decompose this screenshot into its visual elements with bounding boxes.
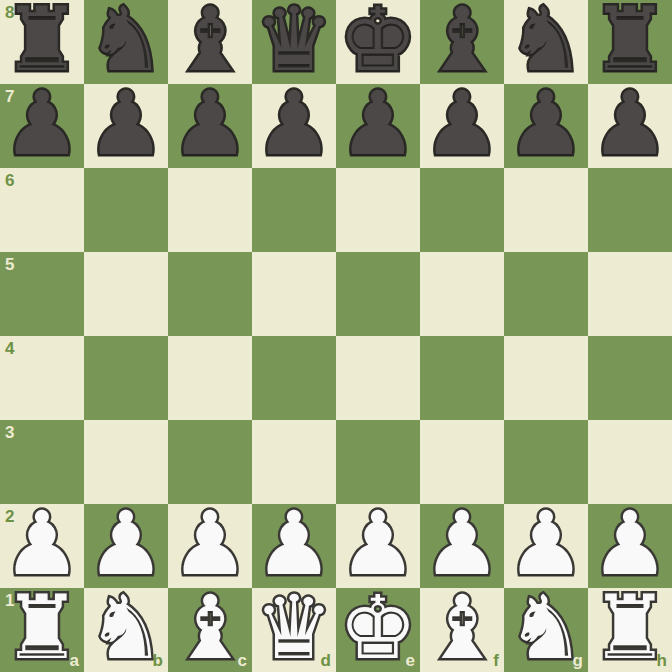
piece-black-pawn[interactable]: ♟ (255, 82, 334, 166)
square-b4[interactable] (84, 336, 168, 420)
square-a1[interactable]: 1a♜ (0, 588, 84, 672)
square-e6[interactable] (336, 168, 420, 252)
square-f1[interactable]: f♝ (420, 588, 504, 672)
rank-label-3: 3 (5, 424, 14, 441)
square-d5[interactable] (252, 252, 336, 336)
piece-black-pawn[interactable]: ♟ (507, 82, 586, 166)
square-h5[interactable] (588, 252, 672, 336)
square-c6[interactable] (168, 168, 252, 252)
rank-label-7: 7 (5, 88, 14, 105)
square-b1[interactable]: b♞ (84, 588, 168, 672)
square-e5[interactable] (336, 252, 420, 336)
square-a7[interactable]: 7♟ (0, 84, 84, 168)
square-b6[interactable] (84, 168, 168, 252)
piece-black-king[interactable]: ♚ (339, 0, 418, 82)
piece-black-pawn[interactable]: ♟ (423, 82, 502, 166)
square-b7[interactable]: ♟ (84, 84, 168, 168)
square-f7[interactable]: ♟ (420, 84, 504, 168)
rank-label-4: 4 (5, 340, 14, 357)
piece-white-pawn[interactable]: ♟ (591, 502, 670, 586)
piece-white-pawn[interactable]: ♟ (423, 502, 502, 586)
square-f4[interactable] (420, 336, 504, 420)
square-c1[interactable]: c♝ (168, 588, 252, 672)
square-f6[interactable] (420, 168, 504, 252)
rank-label-1: 1 (5, 592, 14, 609)
square-d6[interactable] (252, 168, 336, 252)
square-h6[interactable] (588, 168, 672, 252)
piece-black-pawn[interactable]: ♟ (171, 82, 250, 166)
square-d4[interactable] (252, 336, 336, 420)
square-g4[interactable] (504, 336, 588, 420)
rank-label-5: 5 (5, 256, 14, 273)
piece-black-bishop[interactable]: ♝ (423, 0, 502, 82)
square-a5[interactable]: 5 (0, 252, 84, 336)
square-h4[interactable] (588, 336, 672, 420)
piece-black-pawn[interactable]: ♟ (87, 82, 166, 166)
file-label-f: f (493, 652, 499, 669)
square-f5[interactable] (420, 252, 504, 336)
file-label-d: d (321, 652, 331, 669)
piece-black-knight[interactable]: ♞ (507, 0, 586, 82)
file-label-a: a (70, 652, 79, 669)
square-e1[interactable]: e♚ (336, 588, 420, 672)
square-g7[interactable]: ♟ (504, 84, 588, 168)
square-g1[interactable]: g♞ (504, 588, 588, 672)
square-d1[interactable]: d♛ (252, 588, 336, 672)
piece-black-pawn[interactable]: ♟ (591, 82, 670, 166)
square-h7[interactable]: ♟ (588, 84, 672, 168)
piece-white-pawn[interactable]: ♟ (507, 502, 586, 586)
piece-white-pawn[interactable]: ♟ (87, 502, 166, 586)
rank-label-6: 6 (5, 172, 14, 189)
piece-black-bishop[interactable]: ♝ (171, 0, 250, 82)
square-a4[interactable]: 4 (0, 336, 84, 420)
piece-black-pawn[interactable]: ♟ (339, 82, 418, 166)
square-h1[interactable]: h♜ (588, 588, 672, 672)
rank-label-8: 8 (5, 4, 14, 21)
square-g5[interactable] (504, 252, 588, 336)
square-d7[interactable]: ♟ (252, 84, 336, 168)
square-e4[interactable] (336, 336, 420, 420)
piece-white-pawn[interactable]: ♟ (171, 502, 250, 586)
chess-board: 8♜♞♝♛♚♝♞♜7♟♟♟♟♟♟♟♟65432♟♟♟♟♟♟♟♟1a♜b♞c♝d♛… (0, 0, 672, 672)
square-c5[interactable] (168, 252, 252, 336)
piece-black-rook[interactable]: ♜ (591, 0, 670, 82)
file-label-e: e (406, 652, 415, 669)
square-e7[interactable]: ♟ (336, 84, 420, 168)
piece-black-queen[interactable]: ♛ (255, 0, 334, 82)
piece-white-pawn[interactable]: ♟ (255, 502, 334, 586)
file-label-h: h (657, 652, 667, 669)
square-c7[interactable]: ♟ (168, 84, 252, 168)
piece-black-knight[interactable]: ♞ (87, 0, 166, 82)
file-label-b: b (153, 652, 163, 669)
file-label-c: c (238, 652, 247, 669)
square-c4[interactable] (168, 336, 252, 420)
square-a6[interactable]: 6 (0, 168, 84, 252)
piece-white-bishop[interactable]: ♝ (423, 586, 502, 670)
square-b5[interactable] (84, 252, 168, 336)
square-g6[interactable] (504, 168, 588, 252)
piece-white-pawn[interactable]: ♟ (339, 502, 418, 586)
rank-label-2: 2 (5, 508, 14, 525)
file-label-g: g (573, 652, 583, 669)
